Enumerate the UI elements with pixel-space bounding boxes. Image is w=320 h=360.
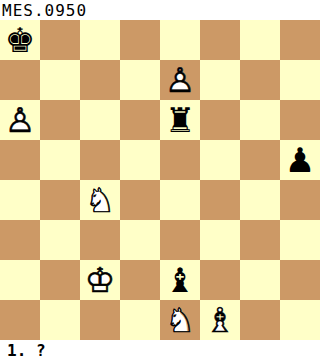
square-e1[interactable]: ♞♘ xyxy=(160,300,200,340)
square-c6[interactable] xyxy=(80,100,120,140)
footer-bar: 1. ? xyxy=(0,340,320,360)
square-a3[interactable] xyxy=(0,220,40,260)
square-h8[interactable] xyxy=(280,20,320,60)
white-piece-outline: ♘ xyxy=(160,300,200,340)
square-h3[interactable] xyxy=(280,220,320,260)
square-g8[interactable] xyxy=(240,20,280,60)
square-a1[interactable] xyxy=(0,300,40,340)
square-c8[interactable] xyxy=(80,20,120,60)
chess-board: ♚♟♙♟♙♜♟♞♘♚♔♝♞♘♝♗ xyxy=(0,20,320,340)
square-f3[interactable] xyxy=(200,220,240,260)
square-f6[interactable] xyxy=(200,100,240,140)
square-e8[interactable] xyxy=(160,20,200,60)
white-king[interactable]: ♚♔ xyxy=(80,260,120,300)
square-a4[interactable] xyxy=(0,180,40,220)
white-pawn[interactable]: ♟♙ xyxy=(160,60,200,100)
black-bishop-glyph: ♝ xyxy=(160,260,200,300)
black-king-glyph: ♚ xyxy=(0,20,40,60)
square-c4[interactable]: ♞♘ xyxy=(80,180,120,220)
square-e5[interactable] xyxy=(160,140,200,180)
square-g5[interactable] xyxy=(240,140,280,180)
square-a8[interactable]: ♚ xyxy=(0,20,40,60)
square-a7[interactable] xyxy=(0,60,40,100)
square-h2[interactable] xyxy=(280,260,320,300)
square-f1[interactable]: ♝♗ xyxy=(200,300,240,340)
square-c5[interactable] xyxy=(80,140,120,180)
square-f7[interactable] xyxy=(200,60,240,100)
white-piece-outline: ♔ xyxy=(80,260,120,300)
white-knight[interactable]: ♞♘ xyxy=(160,300,200,340)
square-h1[interactable] xyxy=(280,300,320,340)
square-f5[interactable] xyxy=(200,140,240,180)
square-b6[interactable] xyxy=(40,100,80,140)
square-e4[interactable] xyxy=(160,180,200,220)
square-d5[interactable] xyxy=(120,140,160,180)
square-d6[interactable] xyxy=(120,100,160,140)
square-c1[interactable] xyxy=(80,300,120,340)
move-prompt: 1. ? xyxy=(0,341,46,360)
square-a5[interactable] xyxy=(0,140,40,180)
square-h6[interactable] xyxy=(280,100,320,140)
black-rook[interactable]: ♜ xyxy=(160,100,200,140)
square-f8[interactable] xyxy=(200,20,240,60)
black-rook-glyph: ♜ xyxy=(160,100,200,140)
square-b5[interactable] xyxy=(40,140,80,180)
square-g4[interactable] xyxy=(240,180,280,220)
square-g1[interactable] xyxy=(240,300,280,340)
square-f4[interactable] xyxy=(200,180,240,220)
square-h4[interactable] xyxy=(280,180,320,220)
white-piece-outline: ♘ xyxy=(80,180,120,220)
square-f2[interactable] xyxy=(200,260,240,300)
square-e3[interactable] xyxy=(160,220,200,260)
white-piece-outline: ♙ xyxy=(0,100,40,140)
square-e7[interactable]: ♟♙ xyxy=(160,60,200,100)
square-a2[interactable] xyxy=(0,260,40,300)
square-d7[interactable] xyxy=(120,60,160,100)
black-pawn-glyph: ♟ xyxy=(280,140,320,180)
white-pawn[interactable]: ♟♙ xyxy=(0,100,40,140)
black-king[interactable]: ♚ xyxy=(0,20,40,60)
square-c2[interactable]: ♚♔ xyxy=(80,260,120,300)
black-pawn[interactable]: ♟ xyxy=(280,140,320,180)
square-c7[interactable] xyxy=(80,60,120,100)
square-b8[interactable] xyxy=(40,20,80,60)
square-d8[interactable] xyxy=(120,20,160,60)
square-a6[interactable]: ♟♙ xyxy=(0,100,40,140)
square-d1[interactable] xyxy=(120,300,160,340)
square-g7[interactable] xyxy=(240,60,280,100)
square-g6[interactable] xyxy=(240,100,280,140)
square-d2[interactable] xyxy=(120,260,160,300)
square-d3[interactable] xyxy=(120,220,160,260)
square-h7[interactable] xyxy=(280,60,320,100)
problem-id: MES.0950 xyxy=(0,1,87,20)
square-e6[interactable]: ♜ xyxy=(160,100,200,140)
white-piece-outline: ♗ xyxy=(200,300,240,340)
white-piece-outline: ♙ xyxy=(160,60,200,100)
square-d4[interactable] xyxy=(120,180,160,220)
header-bar: MES.0950 xyxy=(0,0,320,20)
white-knight[interactable]: ♞♘ xyxy=(80,180,120,220)
square-b7[interactable] xyxy=(40,60,80,100)
square-g3[interactable] xyxy=(240,220,280,260)
square-h5[interactable]: ♟ xyxy=(280,140,320,180)
square-b1[interactable] xyxy=(40,300,80,340)
square-b4[interactable] xyxy=(40,180,80,220)
square-b3[interactable] xyxy=(40,220,80,260)
square-g2[interactable] xyxy=(240,260,280,300)
black-bishop[interactable]: ♝ xyxy=(160,260,200,300)
square-e2[interactable]: ♝ xyxy=(160,260,200,300)
white-bishop[interactable]: ♝♗ xyxy=(200,300,240,340)
square-c3[interactable] xyxy=(80,220,120,260)
square-b2[interactable] xyxy=(40,260,80,300)
